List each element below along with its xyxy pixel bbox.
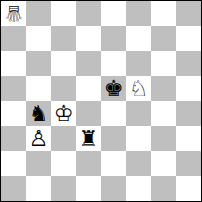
square-h7[interactable]	[176, 26, 201, 51]
square-a2[interactable]	[1, 151, 26, 176]
square-b5[interactable]	[26, 76, 51, 101]
square-d4[interactable]	[76, 101, 101, 126]
square-f6[interactable]	[126, 51, 151, 76]
square-e8[interactable]	[101, 1, 126, 26]
square-a1[interactable]	[1, 176, 26, 201]
white-king-piece: ♔	[54, 101, 74, 126]
square-f3[interactable]	[126, 126, 151, 151]
square-a4[interactable]	[1, 101, 26, 126]
diagram-area: ♕♚♘♞♔♙♜	[0, 0, 202, 202]
square-b6[interactable]	[26, 51, 51, 76]
square-c8[interactable]	[51, 1, 76, 26]
square-e1[interactable]	[101, 176, 126, 201]
square-d5[interactable]	[76, 76, 101, 101]
square-c1[interactable]	[51, 176, 76, 201]
square-f7[interactable]	[126, 26, 151, 51]
square-h2[interactable]	[176, 151, 201, 176]
square-g1[interactable]	[151, 176, 176, 201]
square-c5[interactable]	[51, 76, 76, 101]
square-b2[interactable]	[26, 151, 51, 176]
white-grasshopper-piece: ♕	[4, 1, 24, 26]
square-d3[interactable]: ♜	[76, 126, 101, 151]
square-h4[interactable]	[176, 101, 201, 126]
square-e5[interactable]: ♚	[101, 76, 126, 101]
square-a7[interactable]	[1, 26, 26, 51]
square-f4[interactable]	[126, 101, 151, 126]
square-g4[interactable]	[151, 101, 176, 126]
square-g6[interactable]	[151, 51, 176, 76]
chess-board: ♕♚♘♞♔♙♜	[0, 0, 202, 202]
square-f1[interactable]	[126, 176, 151, 201]
square-a5[interactable]	[1, 76, 26, 101]
black-rook-piece: ♜	[79, 126, 99, 151]
square-g5[interactable]	[151, 76, 176, 101]
square-c4[interactable]: ♔	[51, 101, 76, 126]
square-c7[interactable]	[51, 26, 76, 51]
square-f5[interactable]: ♘	[126, 76, 151, 101]
square-e7[interactable]	[101, 26, 126, 51]
square-h1[interactable]	[176, 176, 201, 201]
square-f8[interactable]	[126, 1, 151, 26]
square-c3[interactable]	[51, 126, 76, 151]
square-d6[interactable]	[76, 51, 101, 76]
square-d1[interactable]	[76, 176, 101, 201]
square-b3[interactable]: ♙	[26, 126, 51, 151]
square-a6[interactable]	[1, 51, 26, 76]
square-d8[interactable]	[76, 1, 101, 26]
square-g3[interactable]	[151, 126, 176, 151]
square-e2[interactable]	[101, 151, 126, 176]
square-h5[interactable]	[176, 76, 201, 101]
square-b8[interactable]	[26, 1, 51, 26]
square-g8[interactable]	[151, 1, 176, 26]
square-h3[interactable]	[176, 126, 201, 151]
black-knight-piece: ♞	[29, 101, 49, 126]
white-knight-piece: ♘	[129, 76, 149, 101]
square-d7[interactable]	[76, 26, 101, 51]
white-pawn-piece: ♙	[29, 126, 49, 151]
square-h8[interactable]	[176, 1, 201, 26]
square-g7[interactable]	[151, 26, 176, 51]
square-f2[interactable]	[126, 151, 151, 176]
square-b1[interactable]	[26, 176, 51, 201]
black-king-piece: ♚	[104, 76, 124, 101]
square-a8[interactable]: ♕	[1, 1, 26, 26]
square-b4[interactable]: ♞	[26, 101, 51, 126]
square-h6[interactable]	[176, 51, 201, 76]
square-g2[interactable]	[151, 151, 176, 176]
square-e3[interactable]	[101, 126, 126, 151]
square-b7[interactable]	[26, 26, 51, 51]
square-c6[interactable]	[51, 51, 76, 76]
square-e4[interactable]	[101, 101, 126, 126]
square-c2[interactable]	[51, 151, 76, 176]
square-a3[interactable]	[1, 126, 26, 151]
square-e6[interactable]	[101, 51, 126, 76]
square-d2[interactable]	[76, 151, 101, 176]
